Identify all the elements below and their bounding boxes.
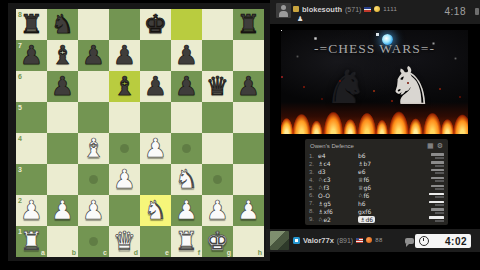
legal-move-dot (182, 144, 191, 153)
square-c1[interactable]: c (78, 226, 109, 257)
square-b4[interactable] (47, 133, 78, 164)
move-number: 8. (309, 208, 318, 214)
white-pawn: ♟ (78, 195, 109, 226)
black-queen: ♛ (202, 71, 233, 102)
white-move[interactable]: ♘f3 (318, 184, 329, 191)
flag-icon (364, 7, 371, 12)
move-row: 2.♗c4♗b7 (309, 160, 444, 168)
square-d8[interactable] (109, 9, 140, 40)
move-annotation (429, 193, 444, 199)
square-b6[interactable]: ♟ (47, 71, 78, 102)
black-pawn: ♟ (78, 40, 109, 71)
black-pawn: ♟ (47, 71, 78, 102)
clock-icon (419, 236, 429, 246)
file-label: f (198, 249, 200, 256)
move-row: 7.♗g5h6 (309, 199, 444, 207)
move-number: 1. (309, 153, 318, 159)
black-move[interactable]: h6 (358, 200, 366, 207)
square-d5[interactable] (109, 102, 140, 133)
black-move[interactable]: ♘f6 (358, 192, 369, 199)
square-h4[interactable] (233, 133, 264, 164)
bottom-player-clock-box: 4:02 (415, 234, 471, 248)
membership-badge-icon (293, 6, 299, 12)
square-f1[interactable]: f♜ (171, 226, 202, 257)
black-pawn: ♟ (171, 40, 202, 71)
square-g4[interactable] (202, 133, 233, 164)
square-b1[interactable]: b (47, 226, 78, 257)
pawn-flair-icon: ♟ (297, 15, 303, 23)
square-b2[interactable]: ♟ (47, 195, 78, 226)
white-knight: ♞ (140, 195, 171, 226)
square-f5[interactable] (171, 102, 202, 133)
square-g6[interactable]: ♛ (202, 71, 233, 102)
rank-label: 3 (18, 166, 22, 173)
black-move[interactable]: ♗d6 (358, 216, 375, 223)
file-label: d (134, 249, 138, 256)
file-label: b (72, 249, 76, 256)
square-c2[interactable]: ♟ (78, 195, 109, 226)
move-number: 9. (309, 216, 318, 222)
black-move[interactable]: b6 (358, 152, 366, 159)
white-pawn: ♟ (171, 195, 202, 226)
rank-label: 1 (18, 228, 22, 235)
black-move[interactable]: ♗b7 (358, 160, 371, 167)
legal-move-dot (89, 237, 98, 246)
square-c8[interactable] (78, 9, 109, 40)
square-f7[interactable]: ♟ (171, 40, 202, 71)
legal-move-dot (89, 175, 98, 184)
square-a8[interactable]: 8♜ (16, 9, 47, 40)
black-move[interactable]: ♕g6 (358, 184, 371, 191)
square-c5[interactable] (78, 102, 109, 133)
square-b5[interactable] (47, 102, 78, 133)
move-annotation (431, 169, 444, 175)
embers-decoration (281, 76, 283, 78)
bottom-player-name[interactable]: Valor77x (303, 236, 334, 245)
square-f3[interactable]: ♞ (171, 164, 202, 195)
square-h5[interactable] (233, 102, 264, 133)
square-d2[interactable] (109, 195, 140, 226)
white-move[interactable]: O-O (318, 192, 330, 199)
black-king: ♚ (140, 9, 171, 40)
rank-label: 2 (18, 197, 22, 204)
white-bishop: ♝ (78, 133, 109, 164)
square-a7[interactable]: 7♟ (16, 40, 47, 71)
black-pawn: ♟ (140, 71, 171, 102)
move-number: 7. (309, 200, 318, 206)
square-e8[interactable]: ♚ (140, 9, 171, 40)
bottom-player-rating: (891) (337, 237, 353, 244)
square-d6[interactable]: ♝ (109, 71, 140, 102)
move-annotation (431, 153, 444, 159)
square-b7[interactable]: ♝ (47, 40, 78, 71)
white-move[interactable]: ♗xf6 (318, 208, 333, 215)
chess-board[interactable]: 8♜♞♚♜7♟♝♟♟♟6♟♝♟♟♛♟54♝♟3♟♞2♟♟♟♞♟♟♟1a♜bcd♛… (16, 9, 264, 257)
black-pawn: ♟ (109, 40, 140, 71)
square-h8[interactable]: ♜ (233, 9, 264, 40)
top-player-clock: 4:18 (445, 6, 466, 17)
move-list-panel: Owen's Defence ▦ ⚙ 1.e4b62.♗c4♗b73.d3e64… (305, 139, 448, 225)
square-c4[interactable]: ♝ (78, 133, 109, 164)
move-row: 1.e4b6 (309, 152, 444, 160)
top-player-name[interactable]: blokesouth (302, 5, 342, 14)
square-d1[interactable]: d♛ (109, 226, 140, 257)
square-g5[interactable] (202, 102, 233, 133)
white-move[interactable]: ♘c3 (318, 176, 331, 183)
coin-icon (374, 6, 380, 12)
move-number: 5. (309, 185, 318, 191)
streamer-badge-icon (293, 237, 300, 244)
black-bishop: ♝ (109, 71, 140, 102)
square-h6[interactable]: ♟ (233, 71, 264, 102)
rank-label: 4 (18, 135, 22, 142)
square-f4[interactable] (171, 133, 202, 164)
square-g1[interactable]: g♚ (202, 226, 233, 257)
white-move[interactable]: ♗c4 (318, 160, 331, 167)
square-c7[interactable]: ♟ (78, 40, 109, 71)
medal-icon (366, 237, 372, 243)
white-knight: ♞ (171, 164, 202, 195)
square-b3[interactable] (47, 164, 78, 195)
move-row: 3.d3e6 (309, 168, 444, 176)
move-row: 5.♘f3♕g6 (309, 184, 444, 192)
square-h1[interactable]: h (233, 226, 264, 257)
chat-bubble-icon[interactable] (405, 238, 414, 244)
square-d4[interactable] (109, 133, 140, 164)
move-annotation (431, 161, 444, 167)
legal-move-dot (213, 175, 222, 184)
square-a1[interactable]: 1a♜ (16, 226, 47, 257)
rank-label: 7 (18, 42, 22, 49)
square-h2[interactable]: ♟ (233, 195, 264, 226)
file-label: a (41, 249, 45, 256)
bottom-player-bar: Valor77x (891) 88 4:02 (266, 229, 480, 252)
square-g3[interactable] (202, 164, 233, 195)
white-pawn: ♟ (47, 195, 78, 226)
file-label: c (103, 249, 107, 256)
bottom-player-counters: 88 (375, 237, 383, 243)
move-number: 4. (309, 177, 318, 183)
white-move[interactable]: d3 (318, 168, 326, 175)
avatar[interactable] (270, 231, 289, 250)
square-a2[interactable]: 2♟ (16, 195, 47, 226)
white-pawn: ♟ (109, 164, 140, 195)
move-number: 3. (309, 169, 318, 175)
chess-wars-banner: -=CHESS WARS=- ♞ ♞ (281, 30, 468, 134)
square-e3[interactable] (140, 164, 171, 195)
square-c6[interactable] (78, 71, 109, 102)
black-pawn: ♟ (171, 71, 202, 102)
rank-label: 5 (18, 104, 22, 111)
square-e1[interactable]: e (140, 226, 171, 257)
square-b8[interactable]: ♞ (47, 9, 78, 40)
top-player-bar: ♟ blokesouth (571) 1111 4:18 (270, 0, 480, 24)
black-move[interactable]: e6 (358, 168, 366, 175)
white-pawn: ♟ (202, 195, 233, 226)
square-h3[interactable] (233, 164, 264, 195)
stars-decoration (281, 30, 282, 31)
black-knight: ♞ (47, 9, 78, 40)
square-e4[interactable]: ♟ (140, 133, 171, 164)
top-player-counters: 1111 (383, 6, 397, 12)
gear-icon[interactable]: ⚙ (437, 139, 443, 152)
move-annotation (429, 201, 444, 207)
avatar[interactable] (276, 3, 291, 18)
black-move[interactable]: ♕f6 (358, 176, 369, 183)
move-number: 6. (309, 192, 318, 198)
square-e2[interactable]: ♞ (140, 195, 171, 226)
square-f6[interactable]: ♟ (171, 71, 202, 102)
move-row: 9.♘e2♗d6 (309, 215, 444, 223)
square-a3[interactable]: 3 (16, 164, 47, 195)
white-move[interactable]: ♗g5 (318, 200, 331, 207)
square-e6[interactable]: ♟ (140, 71, 171, 102)
edge-icon[interactable] (475, 8, 479, 15)
square-e7[interactable] (140, 40, 171, 71)
square-a6[interactable]: 6 (16, 71, 47, 102)
square-g7[interactable] (202, 40, 233, 71)
board-grid-icon[interactable]: ▦ (427, 139, 434, 152)
move-annotation (431, 177, 444, 183)
move-annotation (429, 216, 444, 222)
move-row: 8.♗xf6gxf6 (309, 207, 444, 215)
file-label: h (258, 249, 262, 256)
flag-icon (356, 238, 363, 243)
legal-move-dot (120, 144, 129, 153)
bottom-player-clock: 4:02 (445, 236, 467, 247)
white-pawn: ♟ (140, 133, 171, 164)
file-label: g (227, 249, 231, 256)
black-pawn: ♟ (233, 71, 264, 102)
square-a5[interactable]: 5 (16, 102, 47, 133)
square-c3[interactable] (78, 164, 109, 195)
square-d7[interactable]: ♟ (109, 40, 140, 71)
rank-label: 6 (18, 73, 22, 80)
white-move[interactable]: e4 (318, 152, 326, 159)
square-e5[interactable] (140, 102, 171, 133)
opening-name: Owen's Defence (310, 143, 354, 149)
square-h7[interactable] (233, 40, 264, 71)
square-a4[interactable]: 4 (16, 133, 47, 164)
move-row: 4.♘c3♕f6 (309, 176, 444, 184)
black-move[interactable]: gxf6 (358, 208, 371, 215)
square-f8[interactable] (171, 9, 202, 40)
white-pawn: ♟ (233, 195, 264, 226)
move-row: 6.O-O♘f6 (309, 191, 444, 199)
black-rook: ♜ (233, 9, 264, 40)
square-f2[interactable]: ♟ (171, 195, 202, 226)
top-player-rating: (571) (345, 6, 361, 13)
black-bishop: ♝ (47, 40, 78, 71)
square-g8[interactable] (202, 9, 233, 40)
move-list: 1.e4b62.♗c4♗b73.d3e64.♘c3♕f65.♘f3♕g66.O-… (305, 152, 448, 223)
flames-decoration (281, 102, 468, 134)
move-annotation (431, 185, 444, 191)
square-d3[interactable]: ♟ (109, 164, 140, 195)
square-g2[interactable]: ♟ (202, 195, 233, 226)
banner-title: -=CHESS WARS=- (281, 41, 468, 57)
rank-label: 8 (18, 11, 22, 18)
file-label: e (165, 249, 169, 256)
move-number: 2. (309, 161, 318, 167)
move-annotation (431, 208, 444, 214)
white-move[interactable]: ♘e2 (318, 216, 331, 223)
